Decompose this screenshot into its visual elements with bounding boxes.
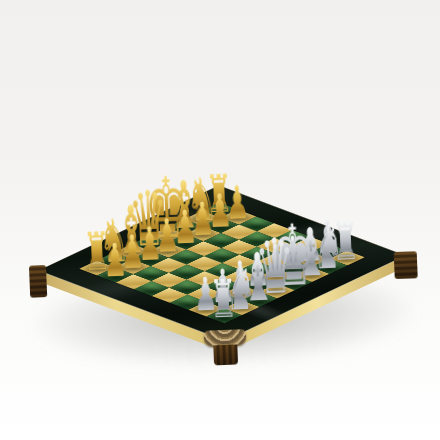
board-foot-front xyxy=(204,329,247,367)
photo-background: ♜♟♟♜♞♟♟♞♝♟♟♝♚♟♟♚♛♟♟♛♝♟♟♝♞♟♟♞♜♟♟♜ xyxy=(0,0,440,440)
board-foot-left xyxy=(29,265,47,298)
board-foot-right xyxy=(394,251,418,279)
chess-set-scene: ♜♟♟♜♞♟♟♞♝♟♟♝♚♟♟♚♛♟♟♛♝♟♟♝♞♟♟♞♜♟♟♜ xyxy=(0,0,440,440)
